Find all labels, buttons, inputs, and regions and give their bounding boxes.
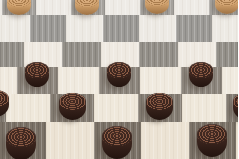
dark-square[interactable] <box>216 42 238 67</box>
dark-checker-piece[interactable] <box>146 93 173 120</box>
light-square[interactable] <box>212 15 238 42</box>
dark-square[interactable] <box>30 15 67 42</box>
light-square[interactable] <box>182 94 226 122</box>
dark-checker-piece[interactable] <box>25 62 49 87</box>
light-square[interactable] <box>236 122 238 159</box>
light-square[interactable] <box>140 67 181 94</box>
light-square[interactable] <box>0 15 30 42</box>
checkers-board <box>0 0 238 159</box>
dark-square[interactable] <box>139 42 178 67</box>
dark-square[interactable] <box>176 15 213 42</box>
light-square[interactable] <box>0 67 17 94</box>
dark-checker-piece[interactable] <box>59 93 86 120</box>
light-square[interactable] <box>36 0 71 15</box>
board-row <box>0 94 238 122</box>
light-square[interactable] <box>222 67 239 94</box>
board-row <box>0 0 238 15</box>
light-square[interactable] <box>141 122 189 159</box>
light-square[interactable] <box>94 94 138 122</box>
dark-square[interactable] <box>0 42 24 67</box>
light-square[interactable] <box>66 15 103 42</box>
dark-checker-piece[interactable] <box>102 126 132 159</box>
dark-checker-piece[interactable] <box>197 124 227 157</box>
light-square[interactable] <box>174 0 209 15</box>
dark-square[interactable] <box>103 15 140 42</box>
board-photo <box>0 0 238 159</box>
light-square[interactable] <box>46 122 94 159</box>
dark-square[interactable] <box>62 42 101 67</box>
light-square[interactable] <box>58 67 99 94</box>
board-row <box>0 15 238 42</box>
light-square[interactable] <box>139 15 176 42</box>
light-square[interactable] <box>105 0 140 15</box>
dark-checker-piece[interactable] <box>107 62 131 87</box>
light-square[interactable] <box>6 94 50 122</box>
dark-checker-piece[interactable] <box>189 62 213 87</box>
dark-checker-piece[interactable] <box>6 127 36 159</box>
